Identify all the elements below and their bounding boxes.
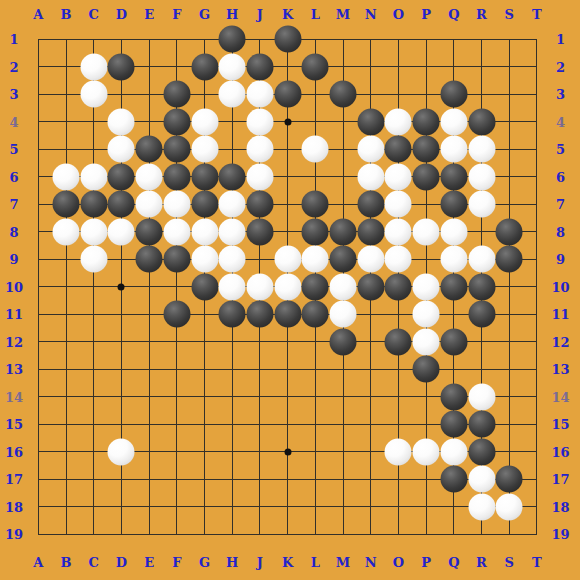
column-label-bottom: P: [421, 554, 431, 569]
black-stone: [440, 191, 467, 218]
column-label-top: Q: [448, 6, 459, 21]
row-label-left: 16: [5, 444, 23, 459]
black-stone: [53, 191, 80, 218]
white-stone: [80, 53, 107, 80]
white-stone: [385, 438, 412, 465]
white-stone: [468, 466, 495, 493]
row-label-right: 7: [556, 197, 565, 212]
white-stone: [246, 81, 273, 108]
white-stone: [468, 136, 495, 163]
black-stone: [191, 163, 218, 190]
row-label-left: 15: [5, 417, 23, 432]
row-label-left: 6: [9, 169, 18, 184]
row-label-left: 14: [5, 389, 23, 404]
black-stone: [496, 218, 523, 245]
black-stone: [440, 383, 467, 410]
black-stone: [385, 273, 412, 300]
black-stone: [468, 438, 495, 465]
row-label-right: 16: [551, 444, 569, 459]
white-stone: [246, 273, 273, 300]
hoshi-point: [284, 118, 291, 125]
black-stone: [385, 328, 412, 355]
white-stone: [413, 301, 440, 328]
black-stone: [413, 108, 440, 135]
hoshi-point: [118, 283, 125, 290]
column-label-bottom: E: [144, 554, 154, 569]
black-stone: [302, 273, 329, 300]
white-stone: [330, 273, 357, 300]
row-label-right: 19: [551, 527, 569, 542]
white-stone: [219, 273, 246, 300]
black-stone: [440, 411, 467, 438]
white-stone: [219, 218, 246, 245]
column-label-bottom: K: [282, 554, 293, 569]
column-label-bottom: Q: [448, 554, 459, 569]
column-label-top: G: [199, 6, 210, 21]
black-stone: [246, 191, 273, 218]
black-stone: [246, 53, 273, 80]
black-stone: [108, 191, 135, 218]
black-stone: [274, 301, 301, 328]
column-label-top: E: [144, 6, 154, 21]
black-stone: [357, 191, 384, 218]
column-label-bottom: A: [33, 554, 43, 569]
black-stone: [136, 218, 163, 245]
row-label-right: 5: [556, 142, 565, 157]
row-label-left: 5: [9, 142, 18, 157]
column-label-top: L: [311, 6, 320, 21]
column-label-bottom: O: [393, 554, 404, 569]
black-stone: [219, 26, 246, 53]
white-stone: [108, 218, 135, 245]
white-stone: [219, 191, 246, 218]
white-stone: [385, 218, 412, 245]
row-label-right: 11: [551, 307, 569, 322]
white-stone: [80, 81, 107, 108]
white-stone: [246, 136, 273, 163]
white-stone: [80, 218, 107, 245]
row-label-right: 10: [551, 279, 569, 294]
black-stone: [246, 301, 273, 328]
column-label-top: P: [421, 6, 431, 21]
column-label-bottom: F: [172, 554, 181, 569]
black-stone: [468, 411, 495, 438]
white-stone: [191, 246, 218, 273]
white-stone: [496, 493, 523, 520]
black-stone: [357, 218, 384, 245]
white-stone: [108, 136, 135, 163]
white-stone: [136, 163, 163, 190]
white-stone: [246, 108, 273, 135]
row-label-right: 3: [556, 87, 565, 102]
black-stone: [468, 273, 495, 300]
black-stone: [108, 53, 135, 80]
row-label-left: 11: [5, 307, 23, 322]
row-label-left: 1: [9, 32, 18, 47]
row-label-left: 13: [5, 362, 23, 377]
white-stone: [108, 108, 135, 135]
white-stone: [440, 246, 467, 273]
black-stone: [136, 246, 163, 273]
black-stone: [163, 136, 190, 163]
column-label-top: A: [33, 6, 43, 21]
white-stone: [440, 438, 467, 465]
white-stone: [385, 246, 412, 273]
column-label-top: K: [282, 6, 293, 21]
row-label-left: 9: [9, 252, 18, 267]
grid-vertical-line: [536, 39, 537, 534]
row-label-left: 17: [5, 472, 23, 487]
white-stone: [53, 163, 80, 190]
white-stone: [274, 273, 301, 300]
column-label-bottom: R: [476, 554, 487, 569]
black-stone: [274, 81, 301, 108]
white-stone: [468, 246, 495, 273]
row-label-right: 4: [556, 114, 565, 129]
column-label-top: M: [336, 6, 350, 21]
grid-horizontal-line: [38, 506, 537, 507]
white-stone: [302, 246, 329, 273]
black-stone: [163, 301, 190, 328]
black-stone: [302, 53, 329, 80]
column-label-bottom: H: [226, 554, 238, 569]
white-stone: [468, 493, 495, 520]
white-stone: [108, 438, 135, 465]
column-label-top: C: [89, 6, 99, 21]
column-label-top: O: [393, 6, 404, 21]
row-label-left: 19: [5, 527, 23, 542]
column-label-bottom: N: [365, 554, 377, 569]
white-stone: [219, 53, 246, 80]
black-stone: [330, 218, 357, 245]
column-label-top: S: [504, 6, 513, 21]
row-label-left: 8: [9, 224, 18, 239]
row-label-right: 15: [551, 417, 569, 432]
column-label-top: D: [116, 6, 127, 21]
column-label-top: J: [257, 6, 263, 21]
column-label-bottom: L: [311, 554, 320, 569]
black-stone: [357, 108, 384, 135]
black-stone: [136, 136, 163, 163]
row-label-right: 9: [556, 252, 565, 267]
row-label-right: 18: [551, 499, 569, 514]
white-stone: [413, 328, 440, 355]
grid-horizontal-line: [38, 534, 537, 535]
white-stone: [385, 108, 412, 135]
white-stone: [413, 438, 440, 465]
black-stone: [413, 136, 440, 163]
black-stone: [80, 191, 107, 218]
white-stone: [385, 191, 412, 218]
white-stone: [468, 191, 495, 218]
column-label-bottom: D: [116, 554, 127, 569]
white-stone: [468, 383, 495, 410]
row-label-right: 17: [551, 472, 569, 487]
black-stone: [496, 466, 523, 493]
white-stone: [357, 246, 384, 273]
black-stone: [413, 163, 440, 190]
black-stone: [468, 301, 495, 328]
row-label-left: 3: [9, 87, 18, 102]
column-label-bottom: C: [89, 554, 99, 569]
black-stone: [330, 81, 357, 108]
white-stone: [357, 136, 384, 163]
row-label-left: 10: [5, 279, 23, 294]
black-stone: [191, 273, 218, 300]
white-stone: [440, 218, 467, 245]
black-stone: [302, 218, 329, 245]
white-stone: [274, 246, 301, 273]
white-stone: [440, 136, 467, 163]
column-label-top: N: [365, 6, 377, 21]
black-stone: [440, 273, 467, 300]
white-stone: [136, 191, 163, 218]
row-label-right: 14: [551, 389, 569, 404]
column-label-bottom: G: [199, 554, 210, 569]
row-label-left: 18: [5, 499, 23, 514]
white-stone: [191, 108, 218, 135]
white-stone: [219, 246, 246, 273]
black-stone: [330, 246, 357, 273]
black-stone: [274, 26, 301, 53]
row-label-left: 7: [9, 197, 18, 212]
black-stone: [108, 163, 135, 190]
white-stone: [191, 218, 218, 245]
black-stone: [191, 191, 218, 218]
grid-vertical-line: [509, 39, 510, 534]
row-label-left: 12: [5, 334, 23, 349]
black-stone: [468, 108, 495, 135]
column-label-bottom: S: [504, 554, 513, 569]
black-stone: [440, 328, 467, 355]
black-stone: [440, 163, 467, 190]
white-stone: [53, 218, 80, 245]
black-stone: [496, 246, 523, 273]
column-label-bottom: T: [532, 554, 542, 569]
black-stone: [163, 108, 190, 135]
black-stone: [440, 466, 467, 493]
hoshi-point: [284, 448, 291, 455]
grid-horizontal-line: [38, 369, 537, 370]
go-board[interactable]: AABBCCDDEEFFGGHHJJKKLLMMNNOOPPQQRRSSTT11…: [0, 0, 580, 580]
column-label-top: H: [226, 6, 238, 21]
white-stone: [219, 81, 246, 108]
white-stone: [413, 273, 440, 300]
white-stone: [357, 163, 384, 190]
white-stone: [163, 191, 190, 218]
column-label-bottom: M: [336, 554, 350, 569]
row-label-right: 6: [556, 169, 565, 184]
black-stone: [191, 53, 218, 80]
column-label-top: F: [172, 6, 181, 21]
white-stone: [246, 163, 273, 190]
column-label-bottom: B: [61, 554, 72, 569]
black-stone: [163, 81, 190, 108]
black-stone: [219, 163, 246, 190]
column-label-top: R: [476, 6, 487, 21]
white-stone: [413, 218, 440, 245]
white-stone: [80, 163, 107, 190]
white-stone: [163, 218, 190, 245]
black-stone: [246, 218, 273, 245]
white-stone: [302, 136, 329, 163]
white-stone: [440, 108, 467, 135]
white-stone: [385, 163, 412, 190]
row-label-right: 13: [551, 362, 569, 377]
black-stone: [302, 191, 329, 218]
white-stone: [330, 301, 357, 328]
white-stone: [191, 136, 218, 163]
white-stone: [80, 246, 107, 273]
black-stone: [440, 81, 467, 108]
column-label-top: T: [532, 6, 542, 21]
row-label-right: 12: [551, 334, 569, 349]
black-stone: [385, 136, 412, 163]
row-label-left: 2: [9, 59, 18, 74]
column-label-top: B: [61, 6, 72, 21]
black-stone: [219, 301, 246, 328]
row-label-right: 1: [556, 32, 565, 47]
black-stone: [413, 356, 440, 383]
row-label-left: 4: [9, 114, 18, 129]
white-stone: [468, 163, 495, 190]
black-stone: [163, 163, 190, 190]
column-label-bottom: J: [257, 554, 263, 569]
black-stone: [163, 246, 190, 273]
black-stone: [330, 328, 357, 355]
row-label-right: 8: [556, 224, 565, 239]
row-label-right: 2: [556, 59, 565, 74]
black-stone: [357, 273, 384, 300]
black-stone: [302, 301, 329, 328]
